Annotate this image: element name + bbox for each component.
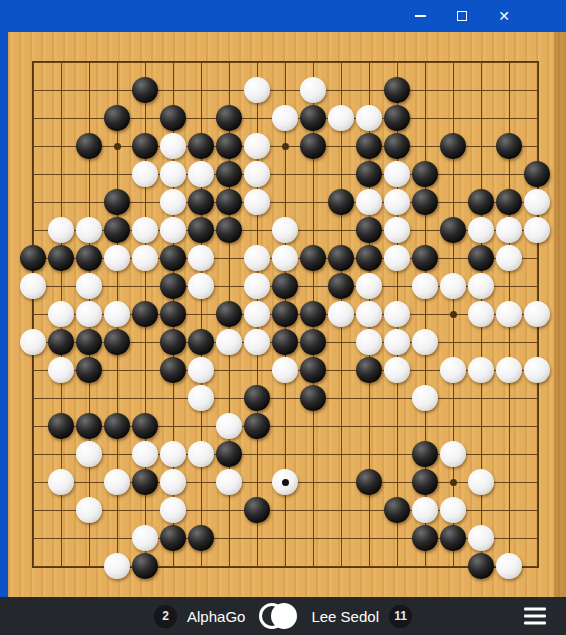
white-stone [132,525,158,551]
black-stone [132,77,158,103]
black-stone [20,245,46,271]
black-stone [160,273,186,299]
black-stone [356,245,382,271]
black-stone [356,161,382,187]
white-stone [188,161,214,187]
white-stone [356,329,382,355]
black-stone [76,133,102,159]
white-stone [468,217,494,243]
white-stone [496,245,522,271]
players-cluster: 2 AlphaGo Lee Sedol 11 [154,603,412,629]
minimize-button[interactable] [399,0,441,32]
white-stone [384,217,410,243]
black-stone [244,385,270,411]
player-name-lee-sedol: Lee Sedol [311,608,379,625]
black-stone [132,469,158,495]
black-stone [76,413,102,439]
black-stone [300,385,326,411]
black-stone [468,245,494,271]
white-stone [48,301,74,327]
white-stone [160,497,186,523]
white-stone [160,441,186,467]
white-stone [160,469,186,495]
title-bar: ✕ [0,0,566,32]
black-stone [132,553,158,579]
white-stone [20,273,46,299]
black-stone [412,441,438,467]
board-edge-shading [554,32,566,597]
hamburger-bar [524,608,546,611]
white-stone [160,161,186,187]
black-stone [132,413,158,439]
go-board[interactable] [19,48,551,580]
window-controls: ✕ [399,0,525,32]
black-stone [160,245,186,271]
white-stone [20,329,46,355]
white-stone [468,357,494,383]
white-stone [524,189,550,215]
white-stone [384,329,410,355]
black-stone [300,301,326,327]
white-stone [244,133,270,159]
black-stone [356,357,382,383]
white-stone [76,441,102,467]
white-stone [188,441,214,467]
white-stone [76,217,102,243]
white-stone [356,301,382,327]
star-point [450,311,457,318]
black-stone [412,161,438,187]
black-stone [272,273,298,299]
black-stone [216,217,242,243]
star-point [450,479,457,486]
black-stone [328,245,354,271]
white-stone [440,357,466,383]
black-stone [440,133,466,159]
white-stone [384,189,410,215]
black-stone [48,413,74,439]
black-stone [328,189,354,215]
white-stone [244,329,270,355]
black-stone [440,525,466,551]
black-stone [412,189,438,215]
black-stone [412,469,438,495]
black-stone [188,525,214,551]
black-stone [188,217,214,243]
maximize-icon [457,11,467,21]
white-stone [76,301,102,327]
black-stone [132,133,158,159]
white-stone [440,497,466,523]
white-stone [48,217,74,243]
white-stone [412,497,438,523]
goban-wood [8,32,566,597]
white-stone [104,469,130,495]
star-point [114,143,121,150]
white-stone [160,217,186,243]
white-stone [468,301,494,327]
black-stone [328,273,354,299]
player-name-alphago: AlphaGo [187,608,245,625]
black-stone [300,245,326,271]
white-stone [412,329,438,355]
black-stone [496,133,522,159]
white-stone-last-move [272,469,298,495]
star-point [282,143,289,150]
hamburger-bar [524,622,546,625]
black-stone [524,161,550,187]
white-stone [524,357,550,383]
black-stone [188,133,214,159]
black-stone [412,525,438,551]
white-stone [216,413,242,439]
black-stone [468,553,494,579]
lee-sedol-capture-badge: 11 [389,605,412,628]
toggle-knob-icon [271,603,297,629]
close-icon: ✕ [498,9,510,23]
white-stone [48,357,74,383]
white-stone [104,553,130,579]
last-move-marker [282,479,289,486]
white-stone [496,217,522,243]
alphago-capture-badge: 2 [154,605,177,628]
black-stone [160,525,186,551]
white-stone [328,301,354,327]
black-stone [216,301,242,327]
white-stone [272,357,298,383]
white-stone [104,245,130,271]
black-stone [356,469,382,495]
white-stone [160,189,186,215]
white-stone [272,245,298,271]
hamburger-bar [524,615,546,618]
white-stone [272,217,298,243]
white-stone [496,301,522,327]
maximize-button[interactable] [441,0,483,32]
black-stone [300,105,326,131]
white-stone [188,273,214,299]
black-stone [300,329,326,355]
black-stone [188,189,214,215]
black-stone [76,357,102,383]
black-stone [496,189,522,215]
white-stone [328,105,354,131]
black-stone [216,105,242,131]
white-stone [412,385,438,411]
black-stone [160,301,186,327]
black-stone [216,161,242,187]
black-stone [468,189,494,215]
white-stone [468,469,494,495]
black-stone [104,105,130,131]
black-stone [300,357,326,383]
close-button[interactable]: ✕ [483,0,525,32]
black-stone [384,497,410,523]
white-stone [384,357,410,383]
black-stone [384,105,410,131]
bottom-bar: 2 AlphaGo Lee Sedol 11 [0,597,566,635]
black-stone [104,413,130,439]
white-stone [440,273,466,299]
white-stone [356,105,382,131]
black-stone [132,301,158,327]
white-stone [244,245,270,271]
white-stone [216,329,242,355]
black-stone [48,245,74,271]
player-toggle[interactable] [259,603,297,629]
black-stone [244,413,270,439]
black-stone [104,189,130,215]
black-stone [356,133,382,159]
black-stone [412,245,438,271]
white-stone [272,105,298,131]
white-stone [440,441,466,467]
minimize-icon [415,15,426,17]
black-stone [216,189,242,215]
white-stone [244,273,270,299]
black-stone [48,329,74,355]
white-stone [188,385,214,411]
black-stone [160,105,186,131]
white-stone [132,441,158,467]
white-stone [76,497,102,523]
black-stone [384,133,410,159]
black-stone [216,133,242,159]
white-stone [48,469,74,495]
black-stone [160,357,186,383]
white-stone [244,301,270,327]
white-stone [188,245,214,271]
white-stone [524,217,550,243]
white-stone [468,273,494,299]
black-stone [300,133,326,159]
black-stone [76,329,102,355]
black-stone [244,497,270,523]
white-stone [188,357,214,383]
black-stone [356,217,382,243]
black-stone [216,441,242,467]
black-stone [384,77,410,103]
black-stone [104,217,130,243]
black-stone [272,329,298,355]
black-stone [104,329,130,355]
black-stone [188,329,214,355]
white-stone [76,273,102,299]
hamburger-menu-button[interactable] [524,606,546,627]
white-stone [160,133,186,159]
white-stone [132,161,158,187]
white-stone [356,189,382,215]
black-stone [272,301,298,327]
white-stone [132,245,158,271]
black-stone [440,217,466,243]
black-stone [160,329,186,355]
white-stone [244,189,270,215]
black-stone [76,245,102,271]
white-stone [216,469,242,495]
white-stone [496,357,522,383]
white-stone [356,273,382,299]
white-stone [104,301,130,327]
white-stone [524,301,550,327]
white-stone [384,245,410,271]
white-stone [468,525,494,551]
white-stone [244,77,270,103]
white-stone [384,161,410,187]
white-stone [496,553,522,579]
white-stone [412,273,438,299]
white-stone [132,217,158,243]
board-stage [0,32,566,597]
white-stone [244,161,270,187]
white-stone [384,301,410,327]
white-stone [300,77,326,103]
